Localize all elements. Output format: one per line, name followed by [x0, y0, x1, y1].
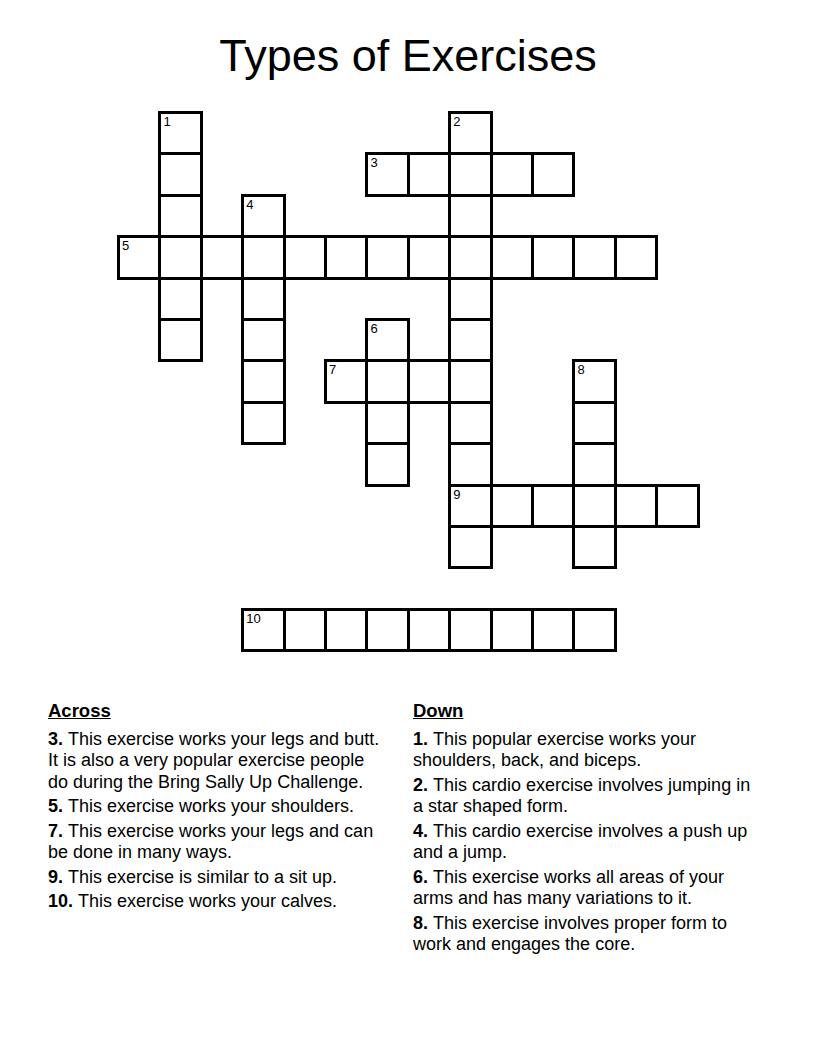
grid-cell-r5c6[interactable]: 6 [365, 318, 409, 362]
clue-number: 8. [413, 913, 428, 933]
clue-text: This cardio exercise involves jumping in… [413, 775, 750, 817]
grid-cell-r1c6[interactable]: 3 [365, 152, 409, 196]
clue-number: 7. [48, 821, 63, 841]
cell-number: 1 [163, 115, 170, 129]
grid-cell-r9c8[interactable]: 9 [448, 484, 492, 528]
clue-text: This exercise works all areas of your ar… [413, 867, 724, 909]
cell-number: 5 [122, 239, 129, 253]
grid-cell-r7c6[interactable] [365, 401, 409, 445]
grid-cell-r8c8[interactable] [448, 442, 492, 486]
clue-text: This popular exercise works your shoulde… [413, 729, 696, 771]
grid-cell-r1c9[interactable] [490, 152, 534, 196]
cell-number: 7 [329, 363, 336, 377]
clue-number: 2. [413, 775, 428, 795]
grid-cell-r9c11[interactable] [572, 484, 616, 528]
across-clue-10: 10.This exercise works your calves. [48, 891, 381, 913]
clue-text: This exercise works your calves. [78, 891, 337, 911]
grid-cell-r3c1[interactable] [158, 235, 202, 279]
grid-cell-r6c8[interactable] [448, 359, 492, 403]
grid-cell-r2c1[interactable] [158, 194, 202, 238]
grid-cell-r3c8[interactable] [448, 235, 492, 279]
grid-cell-r12c6[interactable] [365, 608, 409, 652]
grid-cell-r3c9[interactable] [490, 235, 534, 279]
grid-cell-r4c1[interactable] [158, 277, 202, 321]
puzzle-page: Types of Exercises 12345678910 Across 3.… [0, 0, 816, 1056]
grid-cell-r5c1[interactable] [158, 318, 202, 362]
across-clue-5: 5.This exercise works your shoulders. [48, 796, 381, 818]
grid-cell-r8c6[interactable] [365, 442, 409, 486]
clue-number: 3. [48, 729, 63, 749]
grid-cell-r6c6[interactable] [365, 359, 409, 403]
grid-cell-r7c3[interactable] [241, 401, 285, 445]
across-clues-section: Across 3.This exercise works your legs a… [48, 700, 381, 916]
clue-number: 9. [48, 867, 63, 887]
grid-cell-r3c3[interactable] [241, 235, 285, 279]
cell-number: 6 [370, 322, 377, 336]
grid-cell-r1c8[interactable] [448, 152, 492, 196]
cell-number: 8 [577, 363, 584, 377]
across-clue-9: 9.This exercise is similar to a sit up. [48, 867, 381, 889]
clue-number: 1. [413, 729, 428, 749]
down-clue-2: 2.This cardio exercise involves jumping … [413, 775, 753, 818]
grid-cell-r12c5[interactable] [324, 608, 368, 652]
clue-number: 10. [48, 891, 73, 911]
down-clue-4: 4.This cardio exercise involves a push u… [413, 821, 753, 864]
grid-cell-r9c10[interactable] [531, 484, 575, 528]
across-clue-7: 7.This exercise works your legs and can … [48, 821, 381, 864]
grid-cell-r2c3[interactable]: 4 [241, 194, 285, 238]
grid-cell-r12c3[interactable]: 10 [241, 608, 285, 652]
down-heading: Down [413, 700, 753, 722]
grid-cell-r10c8[interactable] [448, 525, 492, 569]
grid-cell-r3c7[interactable] [407, 235, 451, 279]
down-clue-8: 8.This exercise involves proper form to … [413, 913, 753, 956]
grid-cell-r4c3[interactable] [241, 277, 285, 321]
grid-cell-r0c1[interactable]: 1 [158, 111, 202, 155]
grid-cell-r3c5[interactable] [324, 235, 368, 279]
grid-cell-r12c10[interactable] [531, 608, 575, 652]
grid-cell-r6c3[interactable] [241, 359, 285, 403]
grid-cell-r7c8[interactable] [448, 401, 492, 445]
grid-cell-r3c2[interactable] [200, 235, 244, 279]
grid-cell-r7c11[interactable] [572, 401, 616, 445]
grid-cell-r12c7[interactable] [407, 608, 451, 652]
clue-text: This exercise is similar to a sit up. [68, 867, 337, 887]
grid-cell-r4c8[interactable] [448, 277, 492, 321]
across-heading: Across [48, 700, 381, 722]
grid-cell-r1c1[interactable] [158, 152, 202, 196]
cell-number: 9 [453, 488, 460, 502]
grid-cell-r12c11[interactable] [572, 608, 616, 652]
grid-cell-r2c8[interactable] [448, 194, 492, 238]
grid-cell-r12c4[interactable] [283, 608, 327, 652]
grid-cell-r3c10[interactable] [531, 235, 575, 279]
grid-cell-r9c9[interactable] [490, 484, 534, 528]
clue-text: This cardio exercise involves a push up … [413, 821, 747, 863]
grid-cell-r1c7[interactable] [407, 152, 451, 196]
down-clue-6: 6.This exercise works all areas of your … [413, 867, 753, 910]
grid-cell-r3c0[interactable]: 5 [117, 235, 161, 279]
grid-cell-r3c4[interactable] [283, 235, 327, 279]
grid-cell-r3c6[interactable] [365, 235, 409, 279]
grid-cell-r9c13[interactable] [655, 484, 699, 528]
grid-cell-r0c8[interactable]: 2 [448, 111, 492, 155]
grid-cell-r8c11[interactable] [572, 442, 616, 486]
grid-cell-r3c12[interactable] [614, 235, 658, 279]
clue-number: 5. [48, 796, 63, 816]
across-clue-3: 3.This exercise works your legs and butt… [48, 729, 381, 794]
cell-number: 2 [453, 115, 460, 129]
crossword-grid: 12345678910 [0, 0, 816, 700]
clue-number: 6. [413, 867, 428, 887]
clue-text: This exercise involves proper form to wo… [413, 913, 727, 955]
grid-cell-r12c8[interactable] [448, 608, 492, 652]
grid-cell-r10c11[interactable] [572, 525, 616, 569]
grid-cell-r3c11[interactable] [572, 235, 616, 279]
clue-text: This exercise works your legs and butt. … [48, 729, 379, 792]
grid-cell-r9c12[interactable] [614, 484, 658, 528]
grid-cell-r6c7[interactable] [407, 359, 451, 403]
cell-number: 4 [246, 198, 253, 212]
cell-number: 3 [370, 156, 377, 170]
grid-cell-r5c8[interactable] [448, 318, 492, 362]
down-clues-section: Down 1.This popular exercise works your … [413, 700, 753, 959]
clue-text: This exercise works your shoulders. [68, 796, 354, 816]
clue-number: 4. [413, 821, 428, 841]
grid-cell-r6c5[interactable]: 7 [324, 359, 368, 403]
grid-cell-r1c10[interactable] [531, 152, 575, 196]
grid-cell-r6c11[interactable]: 8 [572, 359, 616, 403]
cell-number: 10 [246, 612, 260, 626]
clue-text: This exercise works your legs and can be… [48, 821, 373, 863]
grid-cell-r5c3[interactable] [241, 318, 285, 362]
down-clue-1: 1.This popular exercise works your shoul… [413, 729, 753, 772]
grid-cell-r12c9[interactable] [490, 608, 534, 652]
